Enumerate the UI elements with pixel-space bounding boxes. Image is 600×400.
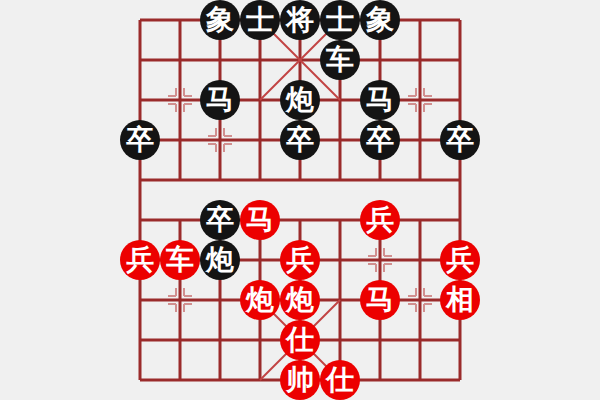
black-soldier[interactable]: 卒 [360, 120, 400, 160]
black-chariot[interactable]: 车 [320, 40, 360, 80]
black-cannon[interactable]: 炮 [200, 240, 240, 280]
black-elephant[interactable]: 象 [360, 0, 400, 40]
red-horse[interactable]: 马 [240, 200, 280, 240]
black-soldier[interactable]: 卒 [280, 120, 320, 160]
black-elephant[interactable]: 象 [200, 0, 240, 40]
black-advisor[interactable]: 士 [240, 0, 280, 40]
black-advisor[interactable]: 士 [320, 0, 360, 40]
red-general[interactable]: 帅 [280, 360, 320, 400]
red-soldier[interactable]: 兵 [360, 200, 400, 240]
red-horse[interactable]: 马 [360, 280, 400, 320]
red-cannon[interactable]: 炮 [280, 280, 320, 320]
black-cannon[interactable]: 炮 [280, 80, 320, 120]
red-soldier[interactable]: 兵 [120, 240, 160, 280]
red-elephant[interactable]: 相 [440, 280, 480, 320]
black-horse[interactable]: 马 [360, 80, 400, 120]
xiangqi-board[interactable]: 马兵兵车兵兵炮炮马相仕帅仕象士将士象车马炮马卒卒卒卒卒炮 [0, 0, 600, 400]
red-chariot[interactable]: 车 [160, 240, 200, 280]
black-general[interactable]: 将 [280, 0, 320, 40]
black-soldier[interactable]: 卒 [200, 200, 240, 240]
red-soldier[interactable]: 兵 [440, 240, 480, 280]
black-horse[interactable]: 马 [200, 80, 240, 120]
red-soldier[interactable]: 兵 [280, 240, 320, 280]
red-advisor[interactable]: 仕 [280, 320, 320, 360]
black-soldier[interactable]: 卒 [120, 120, 160, 160]
red-cannon[interactable]: 炮 [240, 280, 280, 320]
black-soldier[interactable]: 卒 [440, 120, 480, 160]
red-advisor[interactable]: 仕 [320, 360, 360, 400]
